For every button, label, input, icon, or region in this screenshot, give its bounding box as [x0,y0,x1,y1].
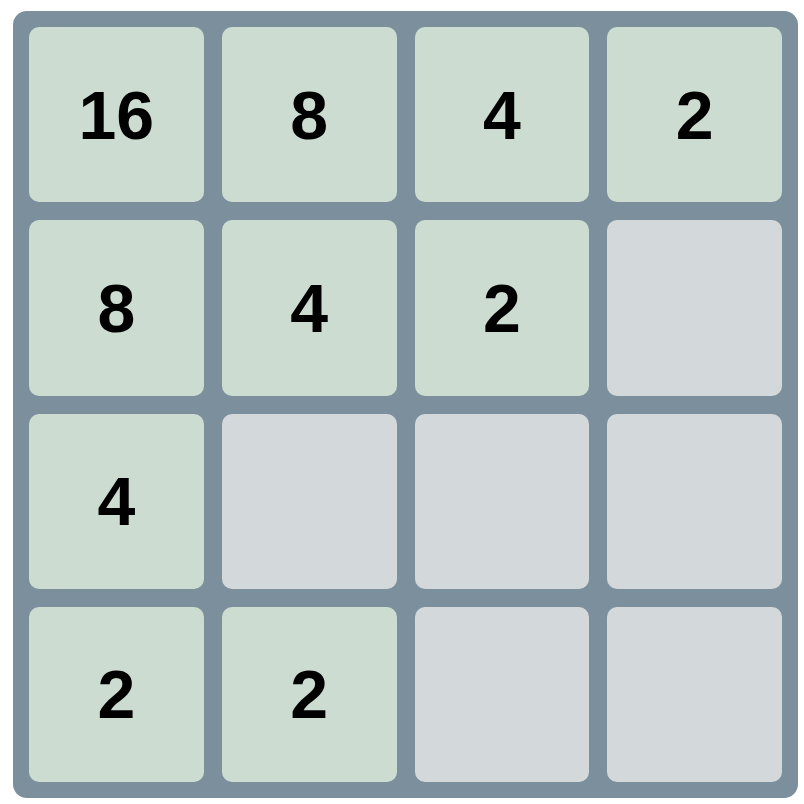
empty-cell-3-4 [607,414,782,589]
tile-1-2: 8 [222,27,397,202]
empty-cell-3-2 [222,414,397,589]
tile-2-2: 4 [222,220,397,395]
2048-board[interactable]: 16842842422 [13,11,798,798]
tile-1-3: 4 [415,27,590,202]
empty-cell-3-3 [415,414,590,589]
tile-1-1: 16 [29,27,204,202]
tile-4-2: 2 [222,607,397,782]
empty-cell-4-3 [415,607,590,782]
tile-1-4: 2 [607,27,782,202]
tile-2-1: 8 [29,220,204,395]
tile-3-1: 4 [29,414,204,589]
tile-4-1: 2 [29,607,204,782]
empty-cell-4-4 [607,607,782,782]
empty-cell-2-4 [607,220,782,395]
tile-2-3: 2 [415,220,590,395]
game-stage: 16842842422 [0,0,804,804]
